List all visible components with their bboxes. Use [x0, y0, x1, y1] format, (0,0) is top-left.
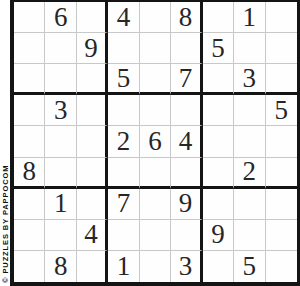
cell-r9c6[interactable]: 3	[171, 251, 202, 282]
cell-r8c9[interactable]	[266, 220, 297, 251]
given-digit: 5	[211, 35, 225, 62]
given-digit: 2	[117, 128, 131, 155]
cell-r7c2[interactable]: 1	[45, 189, 76, 220]
cell-r5c1[interactable]	[14, 126, 45, 157]
cell-r2c4[interactable]	[108, 33, 139, 64]
cell-r5c6[interactable]: 4	[171, 126, 202, 157]
cell-r7c1[interactable]	[14, 189, 45, 220]
cell-r6c1[interactable]: 8	[14, 158, 45, 189]
cell-r3c2[interactable]	[45, 64, 76, 95]
cell-r1c3[interactable]	[77, 2, 108, 33]
cell-r4c1[interactable]	[14, 95, 45, 126]
cell-r3c7[interactable]	[203, 64, 234, 95]
cell-r9c8[interactable]: 5	[234, 251, 265, 282]
cell-r8c2[interactable]	[45, 220, 76, 251]
given-digit: 9	[211, 221, 225, 248]
cell-r3c8[interactable]: 3	[234, 64, 265, 95]
cell-r4c4[interactable]	[108, 95, 139, 126]
given-digit: 7	[179, 65, 193, 92]
cell-r1c8[interactable]: 1	[234, 2, 265, 33]
cell-r2c1[interactable]	[14, 33, 45, 64]
given-digit: 4	[179, 128, 193, 155]
cell-r4c7[interactable]	[203, 95, 234, 126]
cell-r6c6[interactable]	[171, 158, 202, 189]
cell-r5c8[interactable]	[234, 126, 265, 157]
cell-r2c5[interactable]	[140, 33, 171, 64]
cell-r6c5[interactable]	[140, 158, 171, 189]
cell-r5c2[interactable]	[45, 126, 76, 157]
cell-r5c4[interactable]: 2	[108, 126, 139, 157]
cell-r7c3[interactable]	[77, 189, 108, 220]
given-digit: 4	[84, 221, 98, 248]
cell-r7c7[interactable]	[203, 189, 234, 220]
cell-r9c1[interactable]	[14, 251, 45, 282]
cell-r2c7[interactable]: 5	[203, 33, 234, 64]
cell-r6c9[interactable]	[266, 158, 297, 189]
cell-r9c5[interactable]	[140, 251, 171, 282]
cell-r8c8[interactable]	[234, 220, 265, 251]
cell-r6c7[interactable]	[203, 158, 234, 189]
cell-r8c7[interactable]: 9	[203, 220, 234, 251]
cell-r1c2[interactable]: 6	[45, 2, 76, 33]
cell-r9c7[interactable]	[203, 251, 234, 282]
cell-r4c3[interactable]	[77, 95, 108, 126]
cell-r3c5[interactable]	[140, 64, 171, 95]
given-digit: 1	[54, 190, 68, 217]
cell-r1c5[interactable]	[140, 2, 171, 33]
sudoku-board: 6481955733526482179498135	[10, 0, 300, 286]
given-digit: 7	[117, 190, 131, 217]
cell-r2c6[interactable]	[171, 33, 202, 64]
cell-r1c7[interactable]	[203, 2, 234, 33]
given-digit: 8	[54, 253, 68, 280]
given-digit: 3	[54, 97, 68, 124]
cell-r4c9[interactable]: 5	[266, 95, 297, 126]
cell-r8c4[interactable]	[108, 220, 139, 251]
cell-r9c4[interactable]: 1	[108, 251, 139, 282]
cell-r2c8[interactable]	[234, 33, 265, 64]
cell-r1c6[interactable]: 8	[171, 2, 202, 33]
given-digit: 9	[84, 35, 98, 62]
cell-r9c2[interactable]: 8	[45, 251, 76, 282]
cell-r4c6[interactable]	[171, 95, 202, 126]
cell-r3c3[interactable]	[77, 64, 108, 95]
given-digit: 8	[22, 158, 36, 185]
given-digit: 6	[54, 4, 68, 31]
cell-r2c3[interactable]: 9	[77, 33, 108, 64]
given-digit: 3	[243, 65, 257, 92]
cell-r4c8[interactable]	[234, 95, 265, 126]
given-digit: 5	[117, 65, 131, 92]
cell-r2c9[interactable]	[266, 33, 297, 64]
given-digit: 5	[243, 253, 257, 280]
given-digit: 3	[179, 253, 193, 280]
given-digit: 6	[148, 128, 162, 155]
given-digit: 1	[117, 253, 131, 280]
copyright-text: © PUZZLES BY PAPPOCOM	[1, 165, 10, 283]
cell-r7c4[interactable]: 7	[108, 189, 139, 220]
cell-r9c3[interactable]	[77, 251, 108, 282]
cell-r8c5[interactable]	[140, 220, 171, 251]
cell-r5c7[interactable]	[203, 126, 234, 157]
page: © PUZZLES BY PAPPOCOM 648195573352648217…	[0, 0, 300, 286]
cell-r7c6[interactable]: 9	[171, 189, 202, 220]
given-digit: 4	[117, 4, 131, 31]
given-digit: 8	[179, 4, 193, 31]
given-digit: 2	[243, 158, 257, 185]
cell-r2c2[interactable]	[45, 33, 76, 64]
cell-r8c3[interactable]: 4	[77, 220, 108, 251]
given-digit: 9	[179, 190, 193, 217]
cell-r3c1[interactable]	[14, 64, 45, 95]
cell-r3c6[interactable]: 7	[171, 64, 202, 95]
cell-r6c2[interactable]	[45, 158, 76, 189]
cell-r7c9[interactable]	[266, 189, 297, 220]
cell-r7c8[interactable]	[234, 189, 265, 220]
cell-r9c9[interactable]	[266, 251, 297, 282]
cell-r8c1[interactable]	[14, 220, 45, 251]
cell-r5c3[interactable]	[77, 126, 108, 157]
cell-r8c6[interactable]	[171, 220, 202, 251]
cell-r3c9[interactable]	[266, 64, 297, 95]
cell-r5c5[interactable]: 6	[140, 126, 171, 157]
cell-r4c2[interactable]: 3	[45, 95, 76, 126]
cell-r4c5[interactable]	[140, 95, 171, 126]
cell-r1c4[interactable]: 4	[108, 2, 139, 33]
cell-r6c3[interactable]	[77, 158, 108, 189]
cell-r7c5[interactable]	[140, 189, 171, 220]
cell-r6c4[interactable]	[108, 158, 139, 189]
cell-r5c9[interactable]	[266, 126, 297, 157]
cell-r1c1[interactable]	[14, 2, 45, 33]
given-digit: 5	[275, 97, 289, 124]
cell-r3c4[interactable]: 5	[108, 64, 139, 95]
cell-r1c9[interactable]	[266, 2, 297, 33]
cell-r6c8[interactable]: 2	[234, 158, 265, 189]
given-digit: 1	[243, 4, 257, 31]
